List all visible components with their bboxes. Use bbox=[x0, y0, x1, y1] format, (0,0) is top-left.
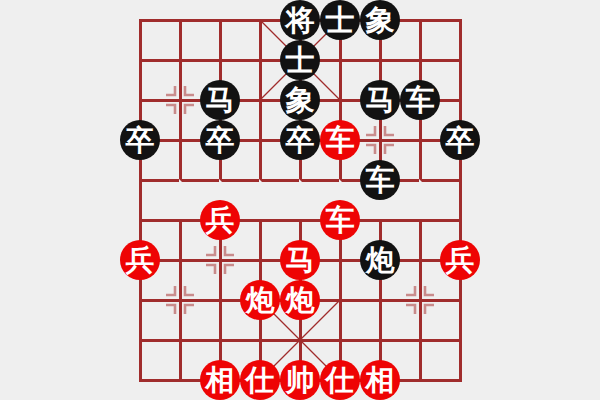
point-marker bbox=[406, 286, 434, 314]
black-soldier[interactable]: 卒 bbox=[440, 120, 480, 160]
red-general[interactable]: 帅 bbox=[280, 360, 320, 400]
black-elephant[interactable]: 象 bbox=[280, 80, 320, 120]
black-cannon[interactable]: 炮 bbox=[360, 240, 400, 280]
point-marker bbox=[366, 126, 394, 154]
black-chariot[interactable]: 车 bbox=[360, 160, 400, 200]
red-soldier[interactable]: 兵 bbox=[200, 200, 240, 240]
red-soldier[interactable]: 兵 bbox=[440, 240, 480, 280]
black-chariot[interactable]: 车 bbox=[400, 80, 440, 120]
red-advisor[interactable]: 仕 bbox=[240, 360, 280, 400]
red-soldier[interactable]: 兵 bbox=[120, 240, 160, 280]
red-advisor[interactable]: 仕 bbox=[320, 360, 360, 400]
black-horse[interactable]: 马 bbox=[360, 80, 400, 120]
red-cannon[interactable]: 炮 bbox=[240, 280, 280, 320]
black-soldier[interactable]: 卒 bbox=[200, 120, 240, 160]
red-elephant[interactable]: 相 bbox=[360, 360, 400, 400]
xiangqi-screenshot: 将士象士马象马车卒卒卒车卒车兵车兵马炮兵炮炮相仕帅仕相 bbox=[0, 0, 600, 400]
red-chariot[interactable]: 车 bbox=[320, 120, 360, 160]
point-marker bbox=[166, 86, 194, 114]
black-elephant[interactable]: 象 bbox=[360, 0, 400, 40]
black-soldier[interactable]: 卒 bbox=[120, 120, 160, 160]
black-soldier[interactable]: 卒 bbox=[280, 120, 320, 160]
red-cannon[interactable]: 炮 bbox=[280, 280, 320, 320]
red-chariot[interactable]: 车 bbox=[320, 200, 360, 240]
point-marker bbox=[206, 246, 234, 274]
point-marker bbox=[166, 286, 194, 314]
red-elephant[interactable]: 相 bbox=[200, 360, 240, 400]
red-horse[interactable]: 马 bbox=[280, 240, 320, 280]
black-horse[interactable]: 马 bbox=[200, 80, 240, 120]
black-advisor[interactable]: 士 bbox=[280, 40, 320, 80]
black-general[interactable]: 将 bbox=[280, 0, 320, 40]
black-advisor[interactable]: 士 bbox=[320, 0, 360, 40]
